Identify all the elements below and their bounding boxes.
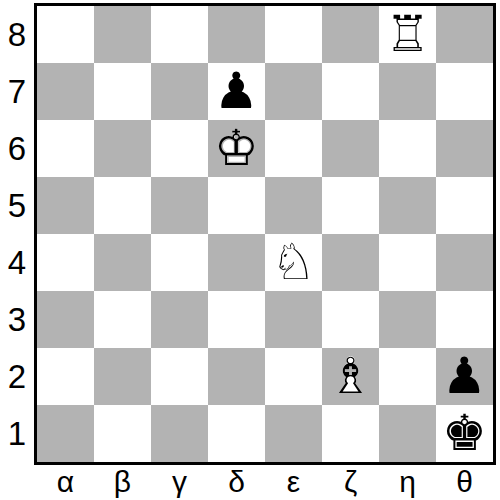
- square-a7[interactable]: [37, 63, 94, 120]
- square-d6[interactable]: ♚♔: [208, 120, 265, 177]
- square-d8[interactable]: [208, 6, 265, 63]
- square-c3[interactable]: [151, 291, 208, 348]
- square-g1[interactable]: [379, 405, 436, 462]
- square-e8[interactable]: [265, 6, 322, 63]
- square-h4[interactable]: [436, 234, 493, 291]
- rank-label-2: 2: [0, 348, 34, 405]
- black-king-icon: ♚: [442, 404, 487, 462]
- square-b5[interactable]: [94, 177, 151, 234]
- square-h2[interactable]: ♟: [436, 348, 493, 405]
- white-rook-icon: ♖: [385, 5, 430, 63]
- square-b3[interactable]: [94, 291, 151, 348]
- file-label-b: β: [94, 464, 151, 500]
- piece-black-pawn-h2: ♟: [442, 348, 487, 405]
- square-d5[interactable]: [208, 177, 265, 234]
- square-g2[interactable]: [379, 348, 436, 405]
- rank-label-1: 1: [0, 405, 34, 462]
- piece-white-bishop-f2: ♝♗: [328, 348, 373, 405]
- rank-label-6: 6: [0, 120, 34, 177]
- square-h6[interactable]: [436, 120, 493, 177]
- square-f7[interactable]: [322, 63, 379, 120]
- square-h7[interactable]: [436, 63, 493, 120]
- square-h8[interactable]: [436, 6, 493, 63]
- piece-white-king-d6: ♚♔: [214, 120, 259, 177]
- file-label-d: δ: [208, 464, 265, 500]
- square-a3[interactable]: [37, 291, 94, 348]
- square-e2[interactable]: [265, 348, 322, 405]
- square-d2[interactable]: [208, 348, 265, 405]
- square-h5[interactable]: [436, 177, 493, 234]
- square-g8[interactable]: ♜♖: [379, 6, 436, 63]
- square-f1[interactable]: [322, 405, 379, 462]
- square-g7[interactable]: [379, 63, 436, 120]
- square-g4[interactable]: [379, 234, 436, 291]
- square-c8[interactable]: [151, 6, 208, 63]
- piece-white-rook-g8: ♜♖: [385, 6, 430, 63]
- rank-label-3: 3: [0, 291, 34, 348]
- square-c5[interactable]: [151, 177, 208, 234]
- square-c7[interactable]: [151, 63, 208, 120]
- square-f5[interactable]: [322, 177, 379, 234]
- piece-black-pawn-d7: ♟: [214, 63, 259, 120]
- square-c1[interactable]: [151, 405, 208, 462]
- chess-diagram: 87654321 ♜♖♟♚♔♞♘♝♗♟♚ αβγδεζηθ: [0, 0, 500, 500]
- square-e7[interactable]: [265, 63, 322, 120]
- file-label-f: ζ: [322, 464, 379, 500]
- white-knight-icon: ♘: [271, 233, 316, 291]
- piece-black-king-h1: ♚: [442, 405, 487, 462]
- square-d3[interactable]: [208, 291, 265, 348]
- square-b1[interactable]: [94, 405, 151, 462]
- black-pawn-icon: ♟: [442, 347, 487, 405]
- square-a4[interactable]: [37, 234, 94, 291]
- square-d4[interactable]: [208, 234, 265, 291]
- square-b2[interactable]: [94, 348, 151, 405]
- piece-white-knight-e4: ♞♘: [271, 234, 316, 291]
- rank-labels: 87654321: [0, 6, 34, 462]
- rank-label-8: 8: [0, 6, 34, 63]
- square-e4[interactable]: ♞♘: [265, 234, 322, 291]
- square-a1[interactable]: [37, 405, 94, 462]
- rank-label-5: 5: [0, 177, 34, 234]
- square-a6[interactable]: [37, 120, 94, 177]
- file-label-e: ε: [265, 464, 322, 500]
- file-label-h: θ: [436, 464, 493, 500]
- square-f8[interactable]: [322, 6, 379, 63]
- black-pawn-icon: ♟: [214, 62, 259, 120]
- square-f3[interactable]: [322, 291, 379, 348]
- file-labels: αβγδεζηθ: [37, 464, 493, 500]
- square-c2[interactable]: [151, 348, 208, 405]
- square-g3[interactable]: [379, 291, 436, 348]
- square-e1[interactable]: [265, 405, 322, 462]
- square-g5[interactable]: [379, 177, 436, 234]
- square-h1[interactable]: ♚: [436, 405, 493, 462]
- square-b4[interactable]: [94, 234, 151, 291]
- square-e5[interactable]: [265, 177, 322, 234]
- white-king-icon: ♔: [214, 119, 259, 177]
- rank-label-4: 4: [0, 234, 34, 291]
- square-h3[interactable]: [436, 291, 493, 348]
- square-f6[interactable]: [322, 120, 379, 177]
- square-b6[interactable]: [94, 120, 151, 177]
- square-g6[interactable]: [379, 120, 436, 177]
- square-a5[interactable]: [37, 177, 94, 234]
- square-d1[interactable]: [208, 405, 265, 462]
- square-b7[interactable]: [94, 63, 151, 120]
- square-d7[interactable]: ♟: [208, 63, 265, 120]
- square-c6[interactable]: [151, 120, 208, 177]
- file-label-c: γ: [151, 464, 208, 500]
- square-a2[interactable]: [37, 348, 94, 405]
- file-label-a: α: [37, 464, 94, 500]
- square-b8[interactable]: [94, 6, 151, 63]
- square-e3[interactable]: [265, 291, 322, 348]
- chess-board: ♜♖♟♚♔♞♘♝♗♟♚: [34, 3, 496, 465]
- square-a8[interactable]: [37, 6, 94, 63]
- white-bishop-icon: ♗: [328, 347, 373, 405]
- square-e6[interactable]: [265, 120, 322, 177]
- square-c4[interactable]: [151, 234, 208, 291]
- square-f2[interactable]: ♝♗: [322, 348, 379, 405]
- rank-label-7: 7: [0, 63, 34, 120]
- file-label-g: η: [379, 464, 436, 500]
- square-f4[interactable]: [322, 234, 379, 291]
